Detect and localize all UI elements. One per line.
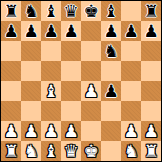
square-b3[interactable]: [21, 101, 41, 121]
white-knight[interactable]: ♞: [23, 141, 38, 161]
square-f8[interactable]: ♝: [101, 1, 121, 21]
square-f2[interactable]: [101, 121, 121, 141]
chess-board: ♜♞♝♛♚♝♜♟♟♟♟♟♟♟♞♝♟♟♟♟♟♟♟♟♜♞♝♛♚♞♜: [0, 0, 162, 162]
black-rook[interactable]: ♜: [143, 1, 158, 21]
black-pawn[interactable]: ♟: [103, 81, 118, 101]
square-f5[interactable]: [101, 61, 121, 81]
white-pawn[interactable]: ♟: [83, 81, 98, 101]
black-pawn[interactable]: ♟: [3, 21, 18, 41]
square-b8[interactable]: ♞: [21, 1, 41, 21]
square-h8[interactable]: ♜: [141, 1, 161, 21]
square-d6[interactable]: [61, 41, 81, 61]
black-bishop[interactable]: ♝: [103, 1, 118, 21]
square-c6[interactable]: [41, 41, 61, 61]
square-e8[interactable]: ♚: [81, 1, 101, 21]
square-f7[interactable]: ♟: [101, 21, 121, 41]
square-d1[interactable]: ♛: [61, 141, 81, 161]
black-pawn[interactable]: ♟: [43, 21, 58, 41]
square-d7[interactable]: ♟: [61, 21, 81, 41]
square-a3[interactable]: [1, 101, 21, 121]
square-d8[interactable]: ♛: [61, 1, 81, 21]
black-bishop[interactable]: ♝: [43, 1, 58, 21]
white-king[interactable]: ♚: [83, 141, 98, 161]
square-a2[interactable]: ♟: [1, 121, 21, 141]
square-e4[interactable]: ♟: [81, 81, 101, 101]
square-e5[interactable]: [81, 61, 101, 81]
square-a6[interactable]: [1, 41, 21, 61]
square-c7[interactable]: ♟: [41, 21, 61, 41]
square-a7[interactable]: ♟: [1, 21, 21, 41]
white-knight[interactable]: ♞: [123, 141, 138, 161]
white-pawn[interactable]: ♟: [23, 121, 38, 141]
square-b4[interactable]: [21, 81, 41, 101]
square-c3[interactable]: [41, 101, 61, 121]
square-h1[interactable]: ♜: [141, 141, 161, 161]
square-c5[interactable]: [41, 61, 61, 81]
black-pawn[interactable]: ♟: [123, 21, 138, 41]
square-a5[interactable]: [1, 61, 21, 81]
white-pawn[interactable]: ♟: [123, 121, 138, 141]
square-a8[interactable]: ♜: [1, 1, 21, 21]
square-c1[interactable]: ♝: [41, 141, 61, 161]
square-g2[interactable]: ♟: [121, 121, 141, 141]
square-b1[interactable]: ♞: [21, 141, 41, 161]
black-pawn[interactable]: ♟: [103, 21, 118, 41]
square-f1[interactable]: [101, 141, 121, 161]
square-e1[interactable]: ♚: [81, 141, 101, 161]
white-pawn[interactable]: ♟: [3, 121, 18, 141]
black-pawn[interactable]: ♟: [63, 21, 78, 41]
square-e6[interactable]: [81, 41, 101, 61]
square-f6[interactable]: ♞: [101, 41, 121, 61]
black-queen[interactable]: ♛: [63, 1, 78, 21]
square-h7[interactable]: ♟: [141, 21, 161, 41]
square-a1[interactable]: ♜: [1, 141, 21, 161]
square-g3[interactable]: [121, 101, 141, 121]
white-bishop[interactable]: ♝: [43, 141, 58, 161]
black-knight[interactable]: ♞: [103, 41, 118, 61]
white-rook[interactable]: ♜: [3, 141, 18, 161]
white-pawn[interactable]: ♟: [43, 121, 58, 141]
square-a4[interactable]: [1, 81, 21, 101]
black-rook[interactable]: ♜: [3, 1, 18, 21]
white-queen[interactable]: ♛: [63, 141, 78, 161]
black-pawn[interactable]: ♟: [23, 21, 38, 41]
white-pawn[interactable]: ♟: [63, 121, 78, 141]
square-f3[interactable]: [101, 101, 121, 121]
white-pawn[interactable]: ♟: [143, 121, 158, 141]
square-e3[interactable]: [81, 101, 101, 121]
square-g5[interactable]: [121, 61, 141, 81]
square-g4[interactable]: [121, 81, 141, 101]
square-e2[interactable]: [81, 121, 101, 141]
black-pawn[interactable]: ♟: [143, 21, 158, 41]
square-g6[interactable]: [121, 41, 141, 61]
square-h6[interactable]: [141, 41, 161, 61]
square-d4[interactable]: [61, 81, 81, 101]
square-h4[interactable]: [141, 81, 161, 101]
square-g1[interactable]: ♞: [121, 141, 141, 161]
square-f4[interactable]: ♟: [101, 81, 121, 101]
square-c8[interactable]: ♝: [41, 1, 61, 21]
square-g7[interactable]: ♟: [121, 21, 141, 41]
square-e7[interactable]: [81, 21, 101, 41]
white-rook[interactable]: ♜: [143, 141, 158, 161]
square-b7[interactable]: ♟: [21, 21, 41, 41]
square-h3[interactable]: [141, 101, 161, 121]
square-b6[interactable]: [21, 41, 41, 61]
square-h5[interactable]: [141, 61, 161, 81]
square-b2[interactable]: ♟: [21, 121, 41, 141]
square-c2[interactable]: ♟: [41, 121, 61, 141]
square-b5[interactable]: [21, 61, 41, 81]
square-d5[interactable]: [61, 61, 81, 81]
white-bishop[interactable]: ♝: [43, 81, 58, 101]
square-h2[interactable]: ♟: [141, 121, 161, 141]
square-g8[interactable]: [121, 1, 141, 21]
square-d2[interactable]: ♟: [61, 121, 81, 141]
black-knight[interactable]: ♞: [23, 1, 38, 21]
square-c4[interactable]: ♝: [41, 81, 61, 101]
square-d3[interactable]: [61, 101, 81, 121]
black-king[interactable]: ♚: [83, 1, 98, 21]
